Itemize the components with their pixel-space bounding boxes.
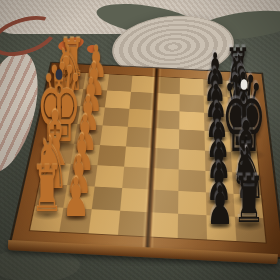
white-pawn: ♟: [62, 171, 89, 224]
black-rook: ♜: [233, 170, 265, 233]
black-pawn: ♟: [207, 178, 234, 231]
scene: ♜♞♝♛♚♝♞♜♟♟♟♟♟♟♟♟♟♟♟♟♟♟♟♟♜♞♝♛♚♝♞♜: [0, 0, 280, 280]
white-king-finial: [56, 70, 62, 81]
white-rook: ♜: [30, 159, 62, 222]
black-king-finial: [241, 79, 247, 90]
pieces-layer: ♜♞♝♛♚♝♞♜♟♟♟♟♟♟♟♟♟♟♟♟♟♟♟♟♜♞♝♛♚♝♞♜: [0, 0, 280, 280]
